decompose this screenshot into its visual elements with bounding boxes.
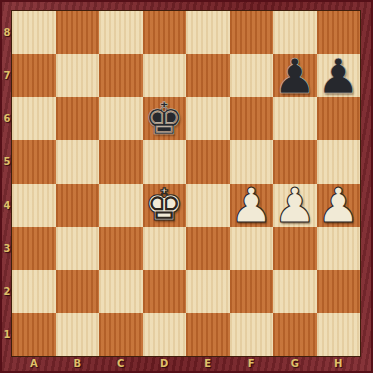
- square-h7[interactable]: ♟: [317, 54, 361, 97]
- square-c4[interactable]: [99, 184, 143, 227]
- square-d1[interactable]: [143, 313, 187, 356]
- rank-label-7: 7: [2, 54, 12, 97]
- square-c2[interactable]: [99, 270, 143, 313]
- square-f5[interactable]: [230, 140, 274, 183]
- white-pawn[interactable]: ♟: [230, 184, 273, 227]
- square-d8[interactable]: [143, 11, 187, 54]
- square-d3[interactable]: [143, 227, 187, 270]
- square-h5[interactable]: [317, 140, 361, 183]
- square-b4[interactable]: [56, 184, 100, 227]
- file-label-g: G: [273, 356, 317, 370]
- square-a4[interactable]: [12, 184, 56, 227]
- white-pawn[interactable]: ♟: [273, 184, 316, 227]
- square-e3[interactable]: [186, 227, 230, 270]
- square-c7[interactable]: [99, 54, 143, 97]
- square-a1[interactable]: [12, 313, 56, 356]
- square-h4[interactable]: ♟: [317, 184, 361, 227]
- square-c1[interactable]: [99, 313, 143, 356]
- square-h1[interactable]: [317, 313, 361, 356]
- square-b2[interactable]: [56, 270, 100, 313]
- chessboard: ♟♟♚♚♟♟♟: [12, 11, 360, 356]
- white-pawn[interactable]: ♟: [317, 184, 360, 227]
- square-f3[interactable]: [230, 227, 274, 270]
- file-label-b: B: [56, 356, 100, 370]
- square-b8[interactable]: [56, 11, 100, 54]
- square-c5[interactable]: [99, 140, 143, 183]
- rank-label-8: 8: [2, 11, 12, 54]
- square-g2[interactable]: [273, 270, 317, 313]
- square-g3[interactable]: [273, 227, 317, 270]
- square-e2[interactable]: [186, 270, 230, 313]
- rank-label-5: 5: [2, 140, 12, 183]
- square-a6[interactable]: [12, 97, 56, 140]
- file-label-d: D: [143, 356, 187, 370]
- file-label-f: F: [230, 356, 274, 370]
- black-pawn[interactable]: ♟: [273, 54, 316, 97]
- square-d7[interactable]: [143, 54, 187, 97]
- black-king[interactable]: ♚: [145, 97, 184, 140]
- rank-label-6: 6: [2, 97, 12, 140]
- square-g7[interactable]: ♟: [273, 54, 317, 97]
- black-pawn[interactable]: ♟: [317, 54, 360, 97]
- square-d2[interactable]: [143, 270, 187, 313]
- square-e7[interactable]: [186, 54, 230, 97]
- square-b3[interactable]: [56, 227, 100, 270]
- file-label-h: H: [317, 356, 361, 370]
- square-g8[interactable]: [273, 11, 317, 54]
- rank-labels: 87654321: [2, 11, 12, 356]
- square-f6[interactable]: [230, 97, 274, 140]
- square-b5[interactable]: [56, 140, 100, 183]
- file-label-a: A: [12, 356, 56, 370]
- square-d6[interactable]: ♚: [143, 97, 187, 140]
- rank-label-4: 4: [2, 184, 12, 227]
- square-b1[interactable]: [56, 313, 100, 356]
- file-label-e: E: [186, 356, 230, 370]
- square-d4[interactable]: ♚: [143, 184, 187, 227]
- square-b6[interactable]: [56, 97, 100, 140]
- rank-label-1: 1: [2, 313, 12, 356]
- square-h2[interactable]: [317, 270, 361, 313]
- square-h3[interactable]: [317, 227, 361, 270]
- square-b7[interactable]: [56, 54, 100, 97]
- rank-label-3: 3: [2, 227, 12, 270]
- square-e1[interactable]: [186, 313, 230, 356]
- board-frame: 87654321 ABCDEFGH ♟♟♚♚♟♟♟: [0, 0, 373, 373]
- square-g4[interactable]: ♟: [273, 184, 317, 227]
- square-e8[interactable]: [186, 11, 230, 54]
- square-a7[interactable]: [12, 54, 56, 97]
- rank-label-2: 2: [2, 270, 12, 313]
- square-c8[interactable]: [99, 11, 143, 54]
- square-g5[interactable]: [273, 140, 317, 183]
- square-g6[interactable]: [273, 97, 317, 140]
- white-king[interactable]: ♚: [145, 184, 184, 227]
- square-g1[interactable]: [273, 313, 317, 356]
- square-e5[interactable]: [186, 140, 230, 183]
- square-f8[interactable]: [230, 11, 274, 54]
- square-f7[interactable]: [230, 54, 274, 97]
- square-c6[interactable]: [99, 97, 143, 140]
- square-a8[interactable]: [12, 11, 56, 54]
- square-a5[interactable]: [12, 140, 56, 183]
- square-a3[interactable]: [12, 227, 56, 270]
- square-h6[interactable]: [317, 97, 361, 140]
- file-labels: ABCDEFGH: [12, 356, 360, 370]
- square-d5[interactable]: [143, 140, 187, 183]
- square-h8[interactable]: [317, 11, 361, 54]
- file-label-c: C: [99, 356, 143, 370]
- square-e4[interactable]: [186, 184, 230, 227]
- square-a2[interactable]: [12, 270, 56, 313]
- square-f1[interactable]: [230, 313, 274, 356]
- square-e6[interactable]: [186, 97, 230, 140]
- square-f2[interactable]: [230, 270, 274, 313]
- square-c3[interactable]: [99, 227, 143, 270]
- square-f4[interactable]: ♟: [230, 184, 274, 227]
